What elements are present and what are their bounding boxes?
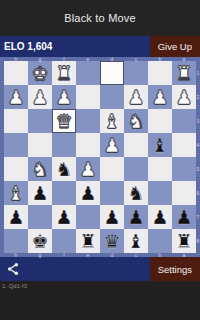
square-a1[interactable]: ♜ — [172, 61, 196, 85]
white-pawn[interactable]: ♟ — [55, 85, 72, 109]
square-g7[interactable] — [28, 205, 52, 229]
white-pawn[interactable]: ♟ — [7, 85, 24, 109]
give-up-button[interactable]: Give Up — [150, 36, 200, 57]
white-knight[interactable]: ♞ — [127, 109, 144, 133]
square-d5[interactable] — [100, 157, 124, 181]
square-c2[interactable]: ♟ — [124, 85, 148, 109]
square-b7[interactable]: ♟ — [148, 205, 172, 229]
elo-rating-label: ELO 1,604 — [4, 41, 150, 52]
coordinate-rank-1: 1 — [196, 61, 200, 85]
black-queen[interactable]: ♛ — [103, 229, 120, 253]
square-a4[interactable] — [172, 133, 196, 157]
coordinate-rank-2: 2 — [196, 85, 200, 109]
black-bishop[interactable]: ♝ — [151, 133, 168, 157]
square-h4[interactable] — [4, 133, 28, 157]
square-h3[interactable] — [4, 109, 28, 133]
square-f5[interactable]: ♞ — [52, 157, 76, 181]
black-pawn[interactable]: ♟ — [7, 205, 24, 229]
square-h8[interactable] — [4, 229, 28, 253]
square-d8[interactable]: ♛ — [100, 229, 124, 253]
square-e1[interactable] — [76, 61, 100, 85]
square-b4[interactable]: ♝ — [148, 133, 172, 157]
board-grid: ♚♜♜♟♟♟♟♟♟♛♝♞♟♝♞♞♟♝♟♟♞♟♟♟♟♟♟♚♜♛♝♜ — [4, 61, 196, 253]
square-b6[interactable] — [148, 181, 172, 205]
coordinate-rank-3: 3 — [196, 109, 200, 133]
square-e4[interactable] — [76, 133, 100, 157]
square-b1[interactable] — [148, 61, 172, 85]
black-bishop[interactable]: ♝ — [127, 229, 144, 253]
coordinate-file-f: f — [52, 253, 76, 257]
elo-bar: ELO 1,604 Give Up — [0, 36, 200, 57]
square-a7[interactable]: ♟ — [172, 205, 196, 229]
black-pawn[interactable]: ♟ — [55, 205, 72, 229]
black-rook[interactable]: ♜ — [175, 229, 192, 253]
white-rook[interactable]: ♜ — [175, 61, 192, 85]
square-f7[interactable]: ♟ — [52, 205, 76, 229]
square-h5[interactable] — [4, 157, 28, 181]
square-f1[interactable]: ♜ — [52, 61, 76, 85]
white-pawn[interactable]: ♟ — [79, 157, 96, 181]
square-e2[interactable] — [76, 85, 100, 109]
square-c3[interactable]: ♞ — [124, 109, 148, 133]
white-bishop[interactable]: ♝ — [7, 181, 24, 205]
square-a8[interactable]: ♜ — [172, 229, 196, 253]
square-b3[interactable] — [148, 109, 172, 133]
footer-bar: Settings — [0, 257, 200, 281]
chess-board: ♚♜♜♟♟♟♟♟♟♛♝♞♟♝♞♞♟♝♟♟♞♟♟♟♟♟♟♚♜♛♝♜ hhggffe… — [0, 57, 200, 257]
square-e5[interactable]: ♟ — [76, 157, 100, 181]
square-a2[interactable]: ♟ — [172, 85, 196, 109]
white-knight[interactable]: ♞ — [31, 157, 48, 181]
black-king[interactable]: ♚ — [31, 229, 48, 253]
square-a5[interactable] — [172, 157, 196, 181]
share-button[interactable] — [0, 257, 21, 281]
square-f3[interactable]: ♛ — [52, 109, 76, 133]
square-c5[interactable] — [124, 157, 148, 181]
black-knight[interactable]: ♞ — [55, 157, 72, 181]
white-pawn[interactable]: ♟ — [103, 133, 120, 157]
black-pawn[interactable]: ♟ — [151, 205, 168, 229]
square-g6[interactable]: ♟ — [28, 181, 52, 205]
square-b8[interactable] — [148, 229, 172, 253]
square-d3[interactable]: ♝ — [100, 109, 124, 133]
coordinate-file-g: g — [28, 253, 52, 257]
coordinate-rank-6: 6 — [196, 181, 200, 205]
black-pawn[interactable]: ♟ — [127, 205, 144, 229]
white-pawn[interactable]: ♟ — [127, 85, 144, 109]
black-rook[interactable]: ♜ — [79, 229, 96, 253]
square-d2[interactable] — [100, 85, 124, 109]
coordinate-rank-8: 8 — [196, 229, 200, 253]
coordinate-file-c: c — [124, 253, 148, 257]
black-pawn[interactable]: ♟ — [103, 205, 120, 229]
white-pawn[interactable]: ♟ — [175, 85, 192, 109]
square-a6[interactable] — [172, 181, 196, 205]
square-d4[interactable]: ♟ — [100, 133, 124, 157]
square-d6[interactable] — [100, 181, 124, 205]
square-g8[interactable]: ♚ — [28, 229, 52, 253]
square-c1[interactable] — [124, 61, 148, 85]
title-bar: Black to Move — [0, 0, 200, 36]
coordinate-file-h: h — [4, 253, 28, 257]
square-g3[interactable] — [28, 109, 52, 133]
coordinate-file-d: d — [100, 253, 124, 257]
square-g4[interactable] — [28, 133, 52, 157]
square-d1[interactable] — [100, 61, 124, 85]
square-e3[interactable] — [76, 109, 100, 133]
square-e6[interactable]: ♟ — [76, 181, 100, 205]
square-h1[interactable] — [4, 61, 28, 85]
move-list-area: 1. Qd1-f3 — [0, 281, 200, 320]
square-c7[interactable]: ♟ — [124, 205, 148, 229]
black-pawn[interactable]: ♟ — [79, 181, 96, 205]
white-bishop[interactable]: ♝ — [103, 109, 120, 133]
square-b5[interactable] — [148, 157, 172, 181]
white-pawn[interactable]: ♟ — [31, 85, 48, 109]
coordinate-file-e: e — [76, 253, 100, 257]
white-rook[interactable]: ♜ — [55, 61, 72, 85]
white-pawn[interactable]: ♟ — [151, 85, 168, 109]
square-c4[interactable] — [124, 133, 148, 157]
square-b2[interactable]: ♟ — [148, 85, 172, 109]
coordinate-rank-4: 4 — [196, 133, 200, 157]
black-knight[interactable]: ♞ — [127, 181, 144, 205]
square-h7[interactable]: ♟ — [4, 205, 28, 229]
white-king[interactable]: ♚ — [31, 61, 48, 85]
black-pawn[interactable]: ♟ — [175, 205, 192, 229]
coordinate-file-a: a — [172, 253, 196, 257]
square-h6[interactable]: ♝ — [4, 181, 28, 205]
coordinate-file-b: b — [148, 253, 172, 257]
black-pawn[interactable]: ♟ — [31, 181, 48, 205]
square-d7[interactable]: ♟ — [100, 205, 124, 229]
settings-button[interactable]: Settings — [150, 257, 200, 281]
app-screen: Black to Move ELO 1,604 Give Up ♚♜♜♟♟♟♟♟… — [0, 0, 200, 320]
square-f8[interactable] — [52, 229, 76, 253]
square-c6[interactable]: ♞ — [124, 181, 148, 205]
square-e8[interactable]: ♜ — [76, 229, 100, 253]
turn-indicator: Black to Move — [64, 12, 136, 24]
coordinate-rank-7: 7 — [196, 205, 200, 229]
square-f6[interactable] — [52, 181, 76, 205]
square-c8[interactable]: ♝ — [124, 229, 148, 253]
square-g1[interactable]: ♚ — [28, 61, 52, 85]
coordinate-rank-5: 5 — [196, 157, 200, 181]
square-g2[interactable]: ♟ — [28, 85, 52, 109]
move-list-text: 1. Qd1-f3 — [2, 283, 200, 290]
square-e7[interactable] — [76, 205, 100, 229]
white-queen[interactable]: ♛ — [55, 109, 72, 133]
square-f2[interactable]: ♟ — [52, 85, 76, 109]
square-h2[interactable]: ♟ — [4, 85, 28, 109]
share-icon — [5, 261, 21, 277]
square-a3[interactable] — [172, 109, 196, 133]
square-f4[interactable] — [52, 133, 76, 157]
square-g5[interactable]: ♞ — [28, 157, 52, 181]
